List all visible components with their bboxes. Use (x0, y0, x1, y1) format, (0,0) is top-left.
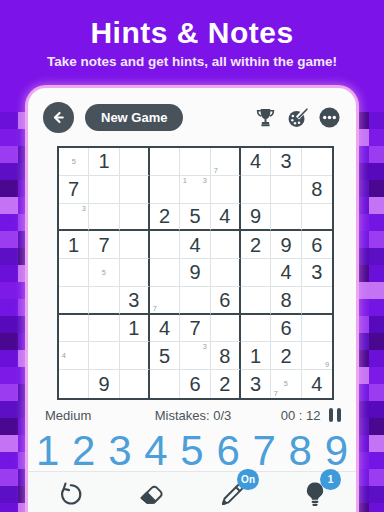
cell-r8c7[interactable]: 1 (241, 342, 271, 370)
given-digit: 6 (189, 374, 200, 394)
cell-r8c1[interactable]: 4 (59, 342, 89, 370)
note-digit: 7 (272, 389, 281, 398)
pause-bar (329, 408, 334, 422)
mosaic-square (18, 197, 28, 214)
new-game-button[interactable]: New Game (85, 104, 183, 131)
given-digit: 3 (128, 290, 139, 310)
mosaic-square (18, 452, 28, 469)
given-digit: 3 (280, 151, 291, 171)
mosaic-square (369, 163, 384, 180)
numpad-8[interactable]: 8 (287, 430, 314, 472)
mosaic-square (359, 180, 369, 197)
mosaic-square (18, 384, 28, 401)
given-digit: 7 (98, 235, 109, 255)
eraser-icon (136, 479, 166, 509)
mosaic-square (359, 265, 369, 282)
mosaic-square (369, 384, 384, 401)
palette-icon[interactable] (286, 106, 309, 129)
mosaic-square (0, 299, 18, 316)
cell-r9c4[interactable] (150, 370, 180, 398)
cell-r9c8[interactable]: 57 (271, 370, 301, 398)
mosaic-square (0, 112, 18, 129)
app-screenshot: Hints & Notes Take notes and get hints, … (0, 0, 384, 512)
mosaic-square (369, 367, 384, 384)
mosaic-square (0, 401, 18, 418)
cell-r8c6[interactable]: 8 (211, 342, 241, 370)
cell-r5c8[interactable]: 4 (271, 259, 301, 287)
cell-r2c4[interactable] (150, 176, 180, 204)
cell-r9c5[interactable]: 6 (180, 370, 210, 398)
mosaic-square (369, 282, 384, 299)
mosaic-square (369, 248, 384, 265)
undo-icon (54, 479, 84, 509)
given-digit: 4 (250, 151, 261, 171)
cell-r6c9[interactable] (302, 287, 332, 315)
mosaic-square (359, 333, 369, 350)
mosaic-square (0, 503, 18, 512)
cell-r5c7[interactable] (241, 259, 271, 287)
promo-header: Hints & Notes Take notes and get hints, … (0, 0, 384, 88)
cell-r7c2[interactable] (89, 315, 119, 343)
mosaic-square (369, 180, 384, 197)
cell-r7c4[interactable]: 4 (150, 315, 180, 343)
given-digit: 5 (189, 206, 200, 226)
given-digit: 4 (219, 206, 230, 226)
hint-count-badge: 1 (320, 469, 341, 490)
given-digit: 6 (219, 290, 230, 310)
cell-r4c1[interactable]: 1 (59, 231, 89, 259)
mosaic-square (369, 265, 384, 282)
cell-r5c5[interactable]: 9 (180, 259, 210, 287)
cell-r5c1[interactable] (59, 259, 89, 287)
given-digit: 9 (250, 206, 261, 226)
mosaic-square (18, 231, 28, 248)
difficulty-label: Medium (45, 408, 132, 423)
number-pad: 123456789 (34, 429, 350, 473)
cell-r6c2[interactable] (89, 287, 119, 315)
given-digit: 1 (128, 318, 139, 338)
given-digit: 8 (219, 346, 230, 366)
pause-bar (337, 408, 342, 422)
mosaic-square (18, 248, 28, 265)
cell-r1c1[interactable]: 5 (59, 148, 89, 176)
cell-r6c6[interactable]: 6 (211, 287, 241, 315)
given-digit: 8 (311, 179, 322, 199)
cell-r2c2[interactable] (89, 176, 119, 204)
given-digit: 2 (219, 374, 230, 394)
back-arrow-icon (50, 109, 67, 126)
mosaic-square (18, 214, 28, 231)
mosaic-square (18, 503, 28, 512)
notes-button[interactable]: On (192, 472, 274, 512)
cell-r3c8[interactable] (271, 204, 301, 232)
note-digit: 7 (211, 166, 220, 174)
mosaic-square (0, 435, 18, 452)
mosaic-square (0, 316, 18, 333)
given-digit: 7 (189, 318, 200, 338)
mosaic-square (0, 248, 18, 265)
notes-grid: 57 (271, 370, 300, 398)
game-card: New Game (28, 88, 356, 512)
cell-r1c3[interactable] (120, 148, 150, 176)
cell-r5c3[interactable] (120, 259, 150, 287)
undo-button[interactable] (28, 472, 110, 512)
mosaic-square (18, 146, 28, 163)
note-digit: 4 (59, 352, 68, 360)
mosaic-square (18, 129, 28, 146)
cell-r1c2[interactable]: 1 (89, 148, 119, 176)
numpad-4[interactable]: 4 (142, 430, 169, 472)
note-digit: 9 (322, 361, 331, 369)
mosaic-square (359, 486, 369, 503)
mosaic-square (369, 231, 384, 248)
mosaic-square (359, 401, 369, 418)
cell-r4c5[interactable]: 4 (180, 231, 210, 259)
cell-r5c2[interactable]: 5 (89, 259, 119, 287)
mosaic-square (18, 282, 28, 299)
cell-r4c8[interactable]: 9 (271, 231, 301, 259)
given-digit: 9 (280, 235, 291, 255)
cell-r2c3[interactable] (120, 176, 150, 204)
mosaic-square (369, 129, 384, 146)
timer-label: 00 : 12 (281, 408, 321, 423)
mosaic-square (359, 316, 369, 333)
mosaic-square (0, 163, 18, 180)
mosaic-square (359, 418, 369, 435)
cell-r3c9[interactable] (302, 204, 332, 232)
note-digit: 3 (79, 204, 88, 212)
given-digit: 6 (280, 318, 291, 338)
pixel-mosaic-right (356, 112, 384, 512)
mosaic-square (359, 469, 369, 486)
mosaic-square (18, 299, 28, 316)
mosaic-square (18, 163, 28, 180)
cell-r8c9[interactable]: 9 (302, 342, 332, 370)
sudoku-board: 5174371383254917429659433768147645381299… (57, 146, 334, 400)
status-bar: Medium Mistakes: 0/3 00 : 12 (45, 406, 341, 424)
mosaic-square (369, 469, 384, 486)
mosaic-square (369, 112, 384, 129)
cell-r4c6[interactable] (211, 231, 241, 259)
mosaic-square (359, 197, 369, 214)
cell-r3c7[interactable]: 9 (241, 204, 271, 232)
mosaic-square (359, 163, 369, 180)
numpad-1[interactable]: 1 (34, 430, 61, 472)
cell-r7c6[interactable] (211, 315, 241, 343)
cell-r2c9[interactable]: 8 (302, 176, 332, 204)
cell-r1c6[interactable]: 7 (211, 148, 241, 176)
mosaic-square (359, 367, 369, 384)
cell-r7c9[interactable] (302, 315, 332, 343)
cell-r6c1[interactable] (59, 287, 89, 315)
cell-r4c2[interactable]: 7 (89, 231, 119, 259)
note-digit: 7 (150, 304, 159, 312)
mosaic-square (18, 367, 28, 384)
given-digit: 4 (311, 374, 322, 394)
mosaic-square (369, 418, 384, 435)
mosaic-square (359, 146, 369, 163)
cell-r3c2[interactable] (89, 204, 119, 232)
given-digit: 1 (68, 235, 79, 255)
hint-button[interactable]: 1 (274, 472, 356, 512)
mosaic-square (369, 401, 384, 418)
cell-r7c7[interactable] (241, 315, 271, 343)
mosaic-square (0, 418, 18, 435)
mosaic-square (359, 503, 369, 512)
cell-r7c1[interactable] (59, 315, 89, 343)
mosaic-square (369, 197, 384, 214)
mosaic-square (359, 299, 369, 316)
game-topbar: New Game (43, 102, 341, 133)
given-digit: 4 (189, 235, 200, 255)
back-button[interactable] (43, 102, 74, 133)
cell-r1c8[interactable]: 3 (271, 148, 301, 176)
mosaic-square (359, 231, 369, 248)
mosaic-square (0, 384, 18, 401)
mosaic-square (0, 469, 18, 486)
mosaic-square (359, 350, 369, 367)
given-digit: 3 (250, 374, 261, 394)
cell-r1c5[interactable] (180, 148, 210, 176)
notes-grid: 3 (180, 342, 209, 369)
mosaic-square (18, 112, 28, 129)
notes-grid: 5 (89, 259, 118, 286)
given-digit: 5 (159, 346, 170, 366)
notes-grid: 7 (211, 148, 239, 175)
cell-r5c9[interactable]: 3 (302, 259, 332, 287)
cell-r3c4[interactable]: 2 (150, 204, 180, 232)
cell-r6c4[interactable]: 7 (150, 287, 180, 315)
cell-r6c7[interactable] (241, 287, 271, 315)
notes-grid: 4 (59, 342, 88, 369)
given-digit: 2 (250, 235, 261, 255)
mosaic-square (0, 265, 18, 282)
cell-r9c7[interactable]: 3 (241, 370, 271, 398)
mosaic-square (18, 435, 28, 452)
mosaic-square (369, 435, 384, 452)
given-digit: 9 (189, 262, 200, 282)
cell-r9c1[interactable] (59, 370, 89, 398)
cell-r2c5[interactable]: 13 (180, 176, 210, 204)
mosaic-square (359, 384, 369, 401)
given-digit: 7 (68, 179, 79, 199)
promo-title: Hints & Notes (0, 16, 384, 50)
numpad-2[interactable]: 2 (70, 430, 97, 472)
mosaic-square (359, 214, 369, 231)
mosaic-square (369, 214, 384, 231)
mosaic-square (0, 486, 18, 503)
bottom-toolbar: On 1 (28, 472, 356, 512)
cell-r9c6[interactable]: 2 (211, 370, 241, 398)
notes-grid: 13 (180, 176, 209, 203)
mosaic-square (359, 112, 369, 129)
cell-r4c4[interactable] (150, 231, 180, 259)
mosaic-square (359, 248, 369, 265)
cell-r8c2[interactable] (89, 342, 119, 370)
mosaic-square (0, 129, 18, 146)
note-digit: 5 (69, 157, 78, 165)
cell-r3c1[interactable]: 3 (59, 204, 89, 232)
mosaic-square (18, 486, 28, 503)
cell-r9c9[interactable]: 4 (302, 370, 332, 398)
mosaic-square (18, 316, 28, 333)
cell-r6c8[interactable]: 8 (271, 287, 301, 315)
notes-grid: 9 (302, 342, 332, 369)
note-digit: 1 (181, 176, 190, 184)
cell-r8c8[interactable]: 2 (271, 342, 301, 370)
note-digit: 3 (200, 343, 209, 351)
given-digit: 3 (311, 262, 322, 282)
pixel-mosaic-left (0, 112, 28, 512)
cell-r6c3[interactable]: 3 (120, 287, 150, 315)
mosaic-square (369, 486, 384, 503)
cell-r4c9[interactable]: 6 (302, 231, 332, 259)
cell-r9c2[interactable]: 9 (89, 370, 119, 398)
mosaic-square (0, 146, 18, 163)
mosaic-square (18, 180, 28, 197)
timer-group: 00 : 12 (254, 408, 341, 423)
mosaic-square (359, 129, 369, 146)
mosaic-square (18, 469, 28, 486)
mosaic-square (369, 146, 384, 163)
numpad-3[interactable]: 3 (106, 430, 133, 472)
cell-r1c9[interactable] (302, 148, 332, 176)
given-digit: 2 (280, 346, 291, 366)
mosaic-square (369, 316, 384, 333)
mosaic-square (369, 333, 384, 350)
cell-r5c6[interactable] (211, 259, 241, 287)
note-digit: 5 (99, 268, 108, 276)
mosaic-square (0, 231, 18, 248)
given-digit: 4 (280, 262, 291, 282)
given-digit: 2 (159, 206, 170, 226)
mosaic-square (18, 401, 28, 418)
given-digit: 9 (98, 374, 109, 394)
more-icon[interactable] (318, 106, 341, 129)
promo-subtitle: Take notes and get hints, all within the… (0, 54, 384, 69)
mosaic-square (0, 282, 18, 299)
cell-r8c3[interactable] (120, 342, 150, 370)
mosaic-square (0, 350, 18, 367)
cell-r2c1[interactable]: 7 (59, 176, 89, 204)
notes-grid: 5 (59, 148, 88, 175)
cell-r4c3[interactable] (120, 231, 150, 259)
notes-on-badge: On (237, 469, 259, 490)
cell-r8c4[interactable]: 5 (150, 342, 180, 370)
mosaic-square (369, 503, 384, 512)
cell-r2c6[interactable] (211, 176, 241, 204)
stage: New Game (0, 88, 384, 512)
cell-r3c5[interactable]: 5 (180, 204, 210, 232)
cell-r4c7[interactable]: 2 (241, 231, 271, 259)
note-digit: 3 (200, 176, 209, 184)
cell-r3c3[interactable] (120, 204, 150, 232)
notes-grid: 3 (59, 204, 88, 230)
mosaic-square (18, 333, 28, 350)
trophy-icon[interactable] (254, 106, 277, 129)
numpad-9[interactable]: 9 (323, 430, 350, 472)
mosaic-square (18, 418, 28, 435)
mosaic-square (369, 452, 384, 469)
cell-r7c5[interactable]: 7 (180, 315, 210, 343)
given-digit: 1 (98, 151, 109, 171)
cell-r2c8[interactable] (271, 176, 301, 204)
numpad-5[interactable]: 5 (178, 430, 205, 472)
mosaic-square (18, 265, 28, 282)
given-digit: 4 (159, 318, 170, 338)
mosaic-square (359, 452, 369, 469)
mosaic-square (369, 350, 384, 367)
mosaic-square (18, 350, 28, 367)
cell-r1c7[interactable]: 4 (241, 148, 271, 176)
cell-r7c8[interactable]: 6 (271, 315, 301, 343)
mosaic-square (0, 367, 18, 384)
mosaic-square (0, 180, 18, 197)
mosaic-square (359, 282, 369, 299)
mosaic-square (0, 452, 18, 469)
given-digit: 8 (280, 290, 291, 310)
cell-r6c5[interactable] (180, 287, 210, 315)
mistakes-label: Mistakes: 0/3 (132, 408, 254, 423)
numpad-7[interactable]: 7 (250, 430, 277, 472)
note-digit: 5 (281, 380, 290, 389)
cell-r5c4[interactable] (150, 259, 180, 287)
eraser-button[interactable] (110, 472, 192, 512)
mosaic-square (0, 333, 18, 350)
numpad-6[interactable]: 6 (214, 430, 241, 472)
cell-r7c3[interactable]: 1 (120, 315, 150, 343)
given-digit: 1 (250, 346, 261, 366)
cell-r1c4[interactable] (150, 148, 180, 176)
mosaic-square (369, 299, 384, 316)
cell-r8c5[interactable]: 3 (180, 342, 210, 370)
cell-r9c3[interactable] (120, 370, 150, 398)
cell-r3c6[interactable]: 4 (211, 204, 241, 232)
mosaic-square (0, 197, 18, 214)
notes-grid: 7 (150, 287, 179, 313)
cell-r2c7[interactable] (241, 176, 271, 204)
mosaic-square (359, 435, 369, 452)
pause-button[interactable] (329, 408, 342, 422)
mosaic-square (0, 214, 18, 231)
given-digit: 6 (311, 235, 322, 255)
